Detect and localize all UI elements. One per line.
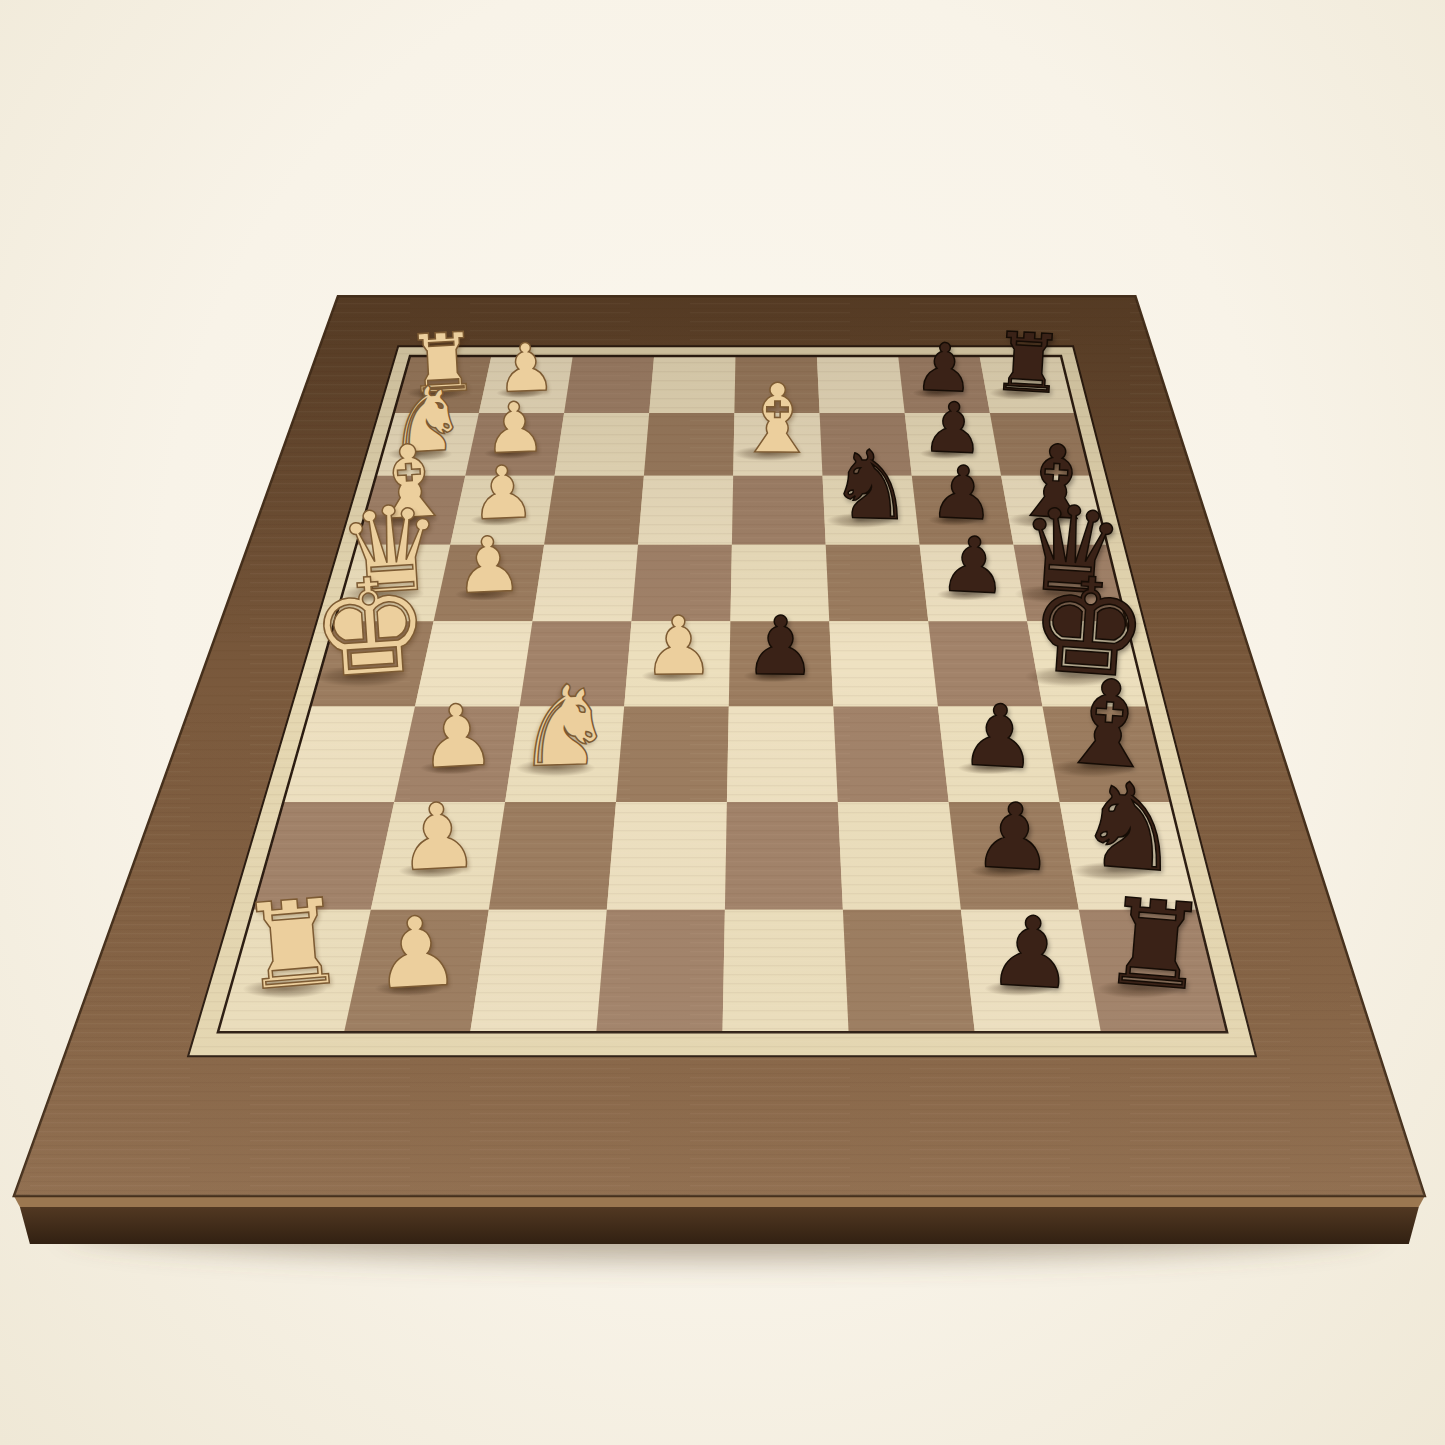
board-side-face: [20, 1207, 1419, 1244]
frame-bevel-edge: [14, 1196, 1425, 1207]
chessboard: [0, 0, 1445, 1445]
chessboard-photo: ♜♞♝♛♚♜♟♟♟♟♟♟♟♞♟♝♟♞♟♟♟♟♟♟♟♜♝♛♚♝♞♜: [0, 0, 1445, 1445]
